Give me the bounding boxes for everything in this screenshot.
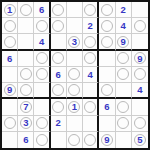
odd-cell-circle [68, 84, 80, 96]
given-digit: 7 [23, 102, 28, 112]
sudoku-cell-r7c6[interactable] [83, 99, 99, 115]
sudoku-cell-r3c3[interactable]: 4 [34, 34, 50, 50]
sudoku-cell-r9c2[interactable]: 6 [18, 132, 34, 148]
sudoku-cell-r3c8[interactable]: 9 [116, 34, 132, 50]
odd-cell-circle [84, 4, 96, 16]
given-digit: 1 [72, 102, 77, 112]
odd-cell-circle [52, 20, 64, 32]
sudoku-cell-r7c7[interactable]: 6 [99, 99, 115, 115]
sudoku-cell-r3c5[interactable]: 3 [67, 34, 83, 50]
sudoku-cell-r1c8[interactable]: 2 [116, 2, 132, 18]
sudoku-board: 1622443969649471632695 [0, 0, 150, 150]
sudoku-cell-r5c9[interactable] [132, 67, 148, 83]
odd-cell-circle [84, 36, 96, 48]
sudoku-cell-r9c8[interactable] [116, 132, 132, 148]
sudoku-cell-r6c6[interactable] [83, 83, 99, 99]
sudoku-cell-r8c8[interactable] [116, 116, 132, 132]
sudoku-cell-r2c2[interactable] [18, 18, 34, 34]
sudoku-cell-r9c1[interactable] [2, 132, 18, 148]
sudoku-cell-r1c4[interactable] [51, 2, 67, 18]
sudoku-cell-r7c4[interactable] [51, 99, 67, 115]
odd-cell-circle [4, 20, 16, 32]
given-digit: 4 [137, 85, 142, 95]
odd-cell-circle [117, 52, 129, 64]
odd-cell-circle [68, 134, 80, 146]
sudoku-cell-r3c7[interactable] [99, 34, 115, 50]
sudoku-cell-r7c9[interactable] [132, 99, 148, 115]
odd-cell-circle [4, 36, 16, 48]
odd-cell-circle [84, 134, 96, 146]
odd-cell-circle [4, 117, 16, 129]
sudoku-cell-r6c1[interactable]: 9 [2, 83, 18, 99]
sudoku-cell-r1c3[interactable]: 6 [34, 2, 50, 18]
sudoku-cell-r3c1[interactable] [2, 34, 18, 50]
given-digit: 5 [137, 135, 142, 145]
sudoku-cell-r8c9[interactable] [132, 116, 148, 132]
given-digit: 4 [39, 37, 44, 47]
sudoku-cell-r5c3[interactable] [34, 67, 50, 83]
sudoku-cell-r8c6[interactable] [83, 116, 99, 132]
odd-cell-circle [84, 101, 96, 113]
given-digit: 1 [7, 5, 12, 15]
given-digit: 9 [104, 135, 109, 145]
sudoku-cell-r2c8[interactable]: 4 [116, 18, 132, 34]
sudoku-cell-r6c5[interactable] [67, 83, 83, 99]
odd-cell-circle [101, 84, 113, 96]
sudoku-cell-r1c1[interactable]: 1 [2, 2, 18, 18]
given-digit: 2 [56, 118, 61, 128]
sudoku-cell-r1c2[interactable] [18, 2, 34, 18]
sudoku-cell-r2c3[interactable] [34, 18, 50, 34]
given-digit: 9 [137, 54, 142, 64]
sudoku-cell-r9c4[interactable] [51, 132, 67, 148]
odd-cell-circle [36, 20, 48, 32]
sudoku-cell-r5c1[interactable] [2, 67, 18, 83]
given-digit: 9 [7, 85, 12, 95]
sudoku-cell-r1c7[interactable] [99, 2, 115, 18]
sudoku-cell-r5c8[interactable] [116, 67, 132, 83]
given-digit: 6 [104, 102, 109, 112]
given-digit: 4 [121, 21, 126, 31]
sudoku-cell-r8c5[interactable] [67, 116, 83, 132]
sudoku-cell-r6c9[interactable]: 4 [132, 83, 148, 99]
sudoku-cell-r3c2[interactable] [18, 34, 34, 50]
sudoku-cell-r8c7[interactable] [99, 116, 115, 132]
sudoku-cell-r9c6[interactable] [83, 132, 99, 148]
sudoku-cell-r5c7[interactable] [99, 67, 115, 83]
sudoku-cell-r5c5[interactable] [67, 67, 83, 83]
sudoku-cell-r1c6[interactable] [83, 2, 99, 18]
sudoku-cell-r4c1[interactable]: 6 [2, 51, 18, 67]
given-digit: 3 [23, 118, 28, 128]
sudoku-cell-r1c9[interactable] [132, 2, 148, 18]
sudoku-cell-r4c3[interactable] [34, 51, 50, 67]
sudoku-cell-r4c7[interactable] [99, 51, 115, 67]
sudoku-cell-r7c3[interactable] [34, 99, 50, 115]
sudoku-cell-r3c4[interactable] [51, 34, 67, 50]
given-digit: 4 [88, 70, 93, 80]
odd-cell-circle [134, 20, 146, 32]
sudoku-cell-r2c4[interactable] [51, 18, 67, 34]
sudoku-cell-r2c5[interactable] [67, 18, 83, 34]
sudoku-cell-r4c8[interactable] [116, 51, 132, 67]
sudoku-cell-r4c6[interactable] [83, 51, 99, 67]
sudoku-cell-r7c8[interactable] [116, 99, 132, 115]
sudoku-cell-r3c6[interactable] [83, 34, 99, 50]
sudoku-cell-r8c3[interactable] [34, 116, 50, 132]
sudoku-cell-r6c4[interactable] [51, 83, 67, 99]
odd-cell-circle [36, 117, 48, 129]
odd-cell-circle [36, 68, 48, 80]
sudoku-cell-r6c7[interactable] [99, 83, 115, 99]
sudoku-cell-r8c4[interactable]: 2 [51, 116, 67, 132]
odd-cell-circle [84, 52, 96, 64]
sudoku-cell-r3c9[interactable] [132, 34, 148, 50]
odd-cell-circle [101, 20, 113, 32]
sudoku-cell-r7c1[interactable] [2, 99, 18, 115]
sudoku-cell-r2c7[interactable] [99, 18, 115, 34]
given-digit: 6 [39, 5, 44, 15]
given-digit: 6 [7, 54, 12, 64]
odd-cell-circle [101, 36, 113, 48]
odd-cell-circle [20, 84, 32, 96]
odd-cell-circle [117, 117, 129, 129]
sudoku-cell-r2c9[interactable] [132, 18, 148, 34]
sudoku-cell-r6c2[interactable] [18, 83, 34, 99]
sudoku-cell-r1c5[interactable] [67, 2, 83, 18]
sudoku-cell-r4c9[interactable]: 9 [132, 51, 148, 67]
odd-cell-circle [20, 4, 32, 16]
sudoku-cell-r9c7[interactable]: 9 [99, 132, 115, 148]
odd-cell-circle [52, 101, 64, 113]
odd-cell-circle [20, 68, 32, 80]
odd-cell-circle [52, 84, 64, 96]
given-digit: 9 [121, 37, 126, 47]
sudoku-cell-r7c2[interactable]: 7 [18, 99, 34, 115]
odd-cell-circle [68, 68, 80, 80]
sudoku-cell-r9c3[interactable] [34, 132, 50, 148]
odd-cell-circle [52, 4, 64, 16]
sudoku-cell-r8c2[interactable]: 3 [18, 116, 34, 132]
given-digit: 3 [72, 37, 77, 47]
odd-cell-circle [134, 117, 146, 129]
odd-cell-circle [101, 4, 113, 16]
sudoku-cell-r4c4[interactable] [51, 51, 67, 67]
odd-cell-circle [36, 134, 48, 146]
given-digit: 2 [121, 5, 126, 15]
given-digit: 2 [88, 21, 93, 31]
odd-cell-circle [134, 68, 146, 80]
sudoku-cell-r7c5[interactable]: 1 [67, 99, 83, 115]
sudoku-cell-r5c6[interactable]: 4 [83, 67, 99, 83]
odd-cell-circle [117, 68, 129, 80]
odd-cell-circle [52, 52, 64, 64]
sudoku-cell-r4c2[interactable] [18, 51, 34, 67]
sudoku-cell-r6c3[interactable] [34, 83, 50, 99]
given-digit: 6 [23, 135, 28, 145]
given-digit: 6 [56, 70, 61, 80]
sudoku-cell-r9c9[interactable]: 5 [132, 132, 148, 148]
odd-cell-circle [36, 52, 48, 64]
sudoku-cell-r8c1[interactable] [2, 116, 18, 132]
sudoku-cell-r2c1[interactable] [2, 18, 18, 34]
sudoku-cell-r6c8[interactable] [116, 83, 132, 99]
sudoku-cell-r2c6[interactable]: 2 [83, 18, 99, 34]
sudoku-cell-r4c5[interactable] [67, 51, 83, 67]
sudoku-cell-r9c5[interactable] [67, 132, 83, 148]
odd-cell-circle [117, 101, 129, 113]
sudoku-cell-r5c4[interactable]: 6 [51, 67, 67, 83]
sudoku-cell-r5c2[interactable] [18, 67, 34, 83]
